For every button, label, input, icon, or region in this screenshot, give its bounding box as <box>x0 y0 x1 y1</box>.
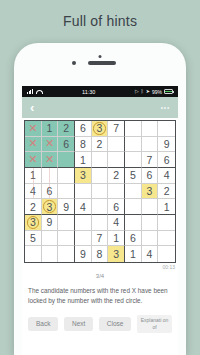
sudoku-cell[interactable]: 2 <box>58 121 75 137</box>
phone-screen: 11:30 ▷ ᛒ ➤ 99% ‹ ••• ✕12637✕✕6829✕✕1761… <box>22 86 178 355</box>
sudoku-cell[interactable]: 9 <box>75 246 92 262</box>
sudoku-cell[interactable]: 2 <box>158 184 175 200</box>
locked-x-icon: ✕ <box>28 138 37 149</box>
cell-number: 1 <box>80 154 86 166</box>
sudoku-cell[interactable]: 1 <box>75 152 92 168</box>
sudoku-cell[interactable] <box>158 121 175 137</box>
cell-number: 1 <box>47 122 53 134</box>
sudoku-cell[interactable]: 1 <box>108 231 125 247</box>
hint-circle: 3 <box>27 216 40 229</box>
cell-number: 2 <box>164 185 170 197</box>
candidate-hint-line <box>49 168 50 183</box>
cell-number: 8 <box>80 138 86 150</box>
cell-number: 8 <box>97 248 103 260</box>
sudoku-cell[interactable] <box>75 215 92 231</box>
sudoku-cell[interactable] <box>58 184 75 200</box>
page: Full of hints 11:30 ▷ ᛒ ➤ 99% <box>0 0 200 355</box>
sudoku-cell[interactable] <box>75 184 92 200</box>
sudoku-cell[interactable]: 4 <box>108 215 125 231</box>
sudoku-cell[interactable] <box>125 199 142 215</box>
cell-number: 3 <box>80 169 86 181</box>
sudoku-cell[interactable]: 8 <box>75 137 92 153</box>
sudoku-cell[interactable]: 3 <box>108 246 125 262</box>
sudoku-cell[interactable] <box>158 246 175 262</box>
page-title: Full of hints <box>0 13 200 29</box>
sudoku-cell[interactable] <box>92 184 109 200</box>
sudoku-cell[interactable]: 6 <box>158 152 175 168</box>
phone-frame: 11:30 ▷ ᛒ ➤ 99% ‹ ••• ✕12637✕✕6829✕✕1761… <box>14 43 186 355</box>
sudoku-cell[interactable] <box>108 184 125 200</box>
locked-x-icon: ✕ <box>28 154 37 165</box>
wifi-icon <box>36 90 43 94</box>
cell-number: 5 <box>130 169 136 181</box>
sudoku-cell[interactable] <box>58 215 75 231</box>
sudoku-cell[interactable] <box>58 231 75 247</box>
sudoku-cell[interactable]: 6 <box>75 121 92 137</box>
explanation-toggle[interactable]: Explanati on of <box>137 315 172 333</box>
app-header: ‹ ••• <box>22 97 178 118</box>
sudoku-cell[interactable]: 4 <box>142 246 159 262</box>
sudoku-cell[interactable]: 6 <box>58 137 75 153</box>
status-time: 11:30 <box>82 89 95 95</box>
sensor-dot-icon <box>72 61 76 65</box>
candidate-hint-line <box>33 184 34 199</box>
sudoku-cell[interactable] <box>125 215 142 231</box>
cell-number: 4 <box>164 169 170 181</box>
cell-number: 7 <box>147 154 153 166</box>
cell-number: 2 <box>113 169 119 181</box>
cell-number: 6 <box>130 232 136 244</box>
cell-number: 5 <box>30 232 36 244</box>
cell-number: 6 <box>164 154 170 166</box>
cell-number: 2 <box>97 138 103 150</box>
cell-number: 2 <box>63 122 69 134</box>
locked-x-icon: ✕ <box>28 123 37 134</box>
sudoku-cell[interactable]: ✕ <box>42 152 59 168</box>
back-button[interactable]: Back <box>28 317 58 331</box>
cell-number: 1 <box>113 232 119 244</box>
bluetooth-icon: ᛒ <box>141 89 144 94</box>
sudoku-cell[interactable]: ✕ <box>25 137 42 153</box>
cell-number: 7 <box>113 122 119 134</box>
sudoku-grid[interactable]: ✕12637✕✕6829✕✕17613256446322394613945716… <box>24 120 176 263</box>
cell-number: 6 <box>63 138 69 150</box>
cell-number: 4 <box>80 201 86 213</box>
cell-number: 4 <box>113 216 119 228</box>
status-bar: 11:30 ▷ ᛒ ➤ 99% <box>22 86 178 97</box>
close-button[interactable]: Close <box>99 317 132 331</box>
sudoku-cell[interactable]: 1 <box>125 246 142 262</box>
cell-number: 1 <box>164 201 170 213</box>
sudoku-cell[interactable] <box>58 152 75 168</box>
sudoku-cell[interactable] <box>125 152 142 168</box>
status-right: ▷ ᛒ ➤ 99% <box>135 89 173 95</box>
speaker-slot <box>88 61 116 65</box>
sudoku-cell[interactable]: 1 <box>25 168 42 184</box>
sudoku-cell[interactable]: 9 <box>158 137 175 153</box>
battery-icon <box>164 89 173 94</box>
sudoku-cell[interactable]: 6 <box>42 184 59 200</box>
app-body: ✕12637✕✕6829✕✕17613256446322394613945716… <box>22 120 178 333</box>
sudoku-cell[interactable]: 9 <box>42 215 59 231</box>
hint-pagination: 3/4 <box>22 273 178 279</box>
sudoku-cell[interactable]: 8 <box>92 246 109 262</box>
sudoku-cell[interactable]: 3 <box>92 121 109 137</box>
sudoku-cell[interactable]: 6 <box>125 231 142 247</box>
alarm-icon: ▷ <box>135 89 139 94</box>
cell-number: 9 <box>63 201 69 213</box>
sudoku-cell[interactable] <box>58 168 75 184</box>
sudoku-cell[interactable] <box>42 168 59 184</box>
locked-x-icon: ✕ <box>45 138 54 149</box>
sudoku-cell[interactable] <box>108 152 125 168</box>
cell-number: 6 <box>147 169 153 181</box>
hint-caption: The candidate numbers with the red X hav… <box>28 286 173 306</box>
sudoku-cell[interactable]: 5 <box>125 168 142 184</box>
cell-number: 2 <box>30 201 36 213</box>
camera-icon <box>99 55 102 58</box>
cell-number: 6 <box>113 201 119 213</box>
status-left <box>27 89 43 94</box>
sudoku-cell[interactable]: 7 <box>142 152 159 168</box>
sudoku-cell[interactable] <box>58 246 75 262</box>
sudoku-cell[interactable] <box>142 199 159 215</box>
sudoku-cell[interactable] <box>125 184 142 200</box>
sudoku-cell[interactable]: 7 <box>92 231 109 247</box>
sudoku-cell[interactable]: 4 <box>158 168 175 184</box>
timer: 00:13 <box>22 264 175 270</box>
sudoku-cell[interactable] <box>92 168 109 184</box>
sudoku-cell[interactable]: 4 <box>25 184 42 200</box>
menu-dots-icon[interactable]: ••• <box>161 104 170 111</box>
sudoku-cell[interactable] <box>42 231 59 247</box>
candidate-hint-line <box>49 184 50 199</box>
cell-number: 4 <box>147 248 153 260</box>
cell-number: 6 <box>80 122 86 134</box>
sudoku-cell[interactable]: 3 <box>42 199 59 215</box>
sudoku-cell[interactable] <box>108 137 125 153</box>
sudoku-cell[interactable] <box>158 215 175 231</box>
sudoku-cell[interactable] <box>125 121 142 137</box>
sudoku-cell[interactable] <box>92 199 109 215</box>
cell-number: 3 <box>147 185 153 197</box>
sudoku-cell[interactable]: ✕ <box>42 137 59 153</box>
sudoku-cell[interactable]: ✕ <box>25 121 42 137</box>
cell-number: 7 <box>97 232 103 244</box>
back-chevron-icon[interactable]: ‹ <box>30 101 34 114</box>
sudoku-cell[interactable] <box>25 246 42 262</box>
cell-number: 1 <box>130 248 136 260</box>
sudoku-cell[interactable]: 9 <box>58 199 75 215</box>
candidate-hint-line <box>33 168 34 183</box>
sudoku-cell[interactable]: 4 <box>75 199 92 215</box>
cell-number: 9 <box>47 216 53 228</box>
battery-percent: 99% <box>152 89 162 95</box>
hint-circle: 3 <box>93 122 106 135</box>
sudoku-cell[interactable] <box>92 215 109 231</box>
sudoku-cell[interactable]: 2 <box>92 137 109 153</box>
signal-icon <box>27 89 33 94</box>
sudoku-cell[interactable]: 6 <box>142 168 159 184</box>
sudoku-cell[interactable] <box>75 231 92 247</box>
hint-buttons: Back Next Close Explanati on of <box>28 315 172 333</box>
next-button[interactable]: Next <box>64 317 93 331</box>
sudoku-cell[interactable] <box>142 215 159 231</box>
cell-number: 9 <box>80 248 86 260</box>
cell-number: 9 <box>164 138 170 150</box>
sudoku-cell[interactable]: ✕ <box>25 152 42 168</box>
sudoku-cell[interactable]: 3 <box>75 168 92 184</box>
sudoku-cell[interactable]: 3 <box>142 184 159 200</box>
hint-circle: 3 <box>43 200 56 213</box>
sudoku-cell[interactable] <box>142 121 159 137</box>
sudoku-cell[interactable] <box>158 231 175 247</box>
sudoku-cell[interactable] <box>42 246 59 262</box>
sudoku-cell[interactable]: 6 <box>108 199 125 215</box>
cell-number: 3 <box>113 248 119 260</box>
sudoku-cell[interactable]: 1 <box>158 199 175 215</box>
location-icon: ➤ <box>146 89 150 94</box>
sudoku-cell[interactable]: 2 <box>108 168 125 184</box>
sudoku-cell[interactable]: 3 <box>25 215 42 231</box>
sudoku-cell[interactable]: 2 <box>25 199 42 215</box>
locked-x-icon: ✕ <box>45 154 54 165</box>
sudoku-cell[interactable] <box>142 137 159 153</box>
sudoku-cell[interactable] <box>92 152 109 168</box>
sudoku-cell[interactable] <box>142 231 159 247</box>
sudoku-cell[interactable]: 5 <box>25 231 42 247</box>
sudoku-cell[interactable]: 7 <box>108 121 125 137</box>
sudoku-cell[interactable]: 1 <box>42 121 59 137</box>
sudoku-cell[interactable] <box>125 137 142 153</box>
